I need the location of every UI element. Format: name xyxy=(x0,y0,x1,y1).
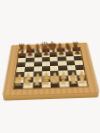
piece-black-pawn[interactable]: ♟ xyxy=(19,49,27,57)
piece-black-pawn[interactable]: ♟ xyxy=(58,48,66,56)
square-h1[interactable]: ♜ xyxy=(77,80,87,86)
piece-black-pawn[interactable]: ♟ xyxy=(27,49,35,57)
piece-white-knight[interactable]: ♞ xyxy=(22,76,32,87)
square-a7[interactable]: ♟ xyxy=(18,53,26,58)
piece-black-pawn[interactable]: ♟ xyxy=(74,47,82,55)
board-front-edge xyxy=(3,92,99,100)
square-c7[interactable]: ♟ xyxy=(34,53,42,58)
square-e5[interactable] xyxy=(50,61,58,66)
piece-black-pawn[interactable]: ♟ xyxy=(50,48,58,56)
square-d1[interactable]: ♛ xyxy=(42,82,51,88)
square-b5[interactable] xyxy=(25,62,33,67)
square-f5[interactable] xyxy=(58,61,67,66)
piece-white-rook[interactable]: ♜ xyxy=(77,74,87,85)
board-inner-border: ♜♞♝♛♚♝♞♜♟♟♟♟♟♟♟♟♟♟♟♟♟♟♟♟♜♞♝♛♚♝♞♜ xyxy=(13,47,89,90)
piece-white-queen[interactable]: ♛ xyxy=(39,73,51,87)
chess-board: ♜♞♝♛♚♝♞♜♟♟♟♟♟♟♟♟♟♟♟♟♟♟♟♟♜♞♝♛♚♝♞♜ xyxy=(3,43,99,96)
photo-background: ♜♞♝♛♚♝♞♜♟♟♟♟♟♟♟♟♟♟♟♟♟♟♟♟♜♞♝♛♚♝♞♜ xyxy=(0,0,100,133)
product-photo-canvas: { "game": "chess", "position": "rnbqkbnr… xyxy=(0,0,100,133)
piece-black-pawn[interactable]: ♟ xyxy=(42,48,50,56)
board-grid: ♜♞♝♛♚♝♞♜♟♟♟♟♟♟♟♟♟♟♟♟♟♟♟♟♜♞♝♛♚♝♞♜ xyxy=(14,47,87,88)
piece-black-pawn[interactable]: ♟ xyxy=(66,47,74,55)
perspective-scene: ♜♞♝♛♚♝♞♜♟♟♟♟♟♟♟♟♟♟♟♟♟♟♟♟♜♞♝♛♚♝♞♜ xyxy=(6,21,93,112)
square-b7[interactable]: ♟ xyxy=(26,53,34,58)
piece-black-pawn[interactable]: ♟ xyxy=(34,48,42,56)
square-d7[interactable]: ♟ xyxy=(42,53,50,58)
square-b1[interactable]: ♞ xyxy=(23,82,32,88)
board-tilt-wrapper: ♜♞♝♛♚♝♞♜♟♟♟♟♟♟♟♟♟♟♟♟♟♟♟♟♜♞♝♛♚♝♞♜ xyxy=(6,21,93,112)
